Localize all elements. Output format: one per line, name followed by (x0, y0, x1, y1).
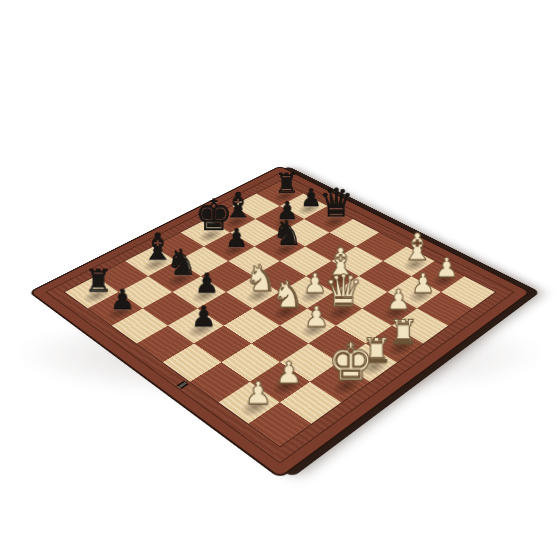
board-frame: DGT ♜♝♚♝♜♟♞♟♟♟♟♞♛♟♞♞♟♝♟♛♝♟♟♟♟♟♚♜♜ (45, 173, 515, 464)
dgt-logo: DGT (176, 381, 189, 389)
white-pawn-f2[interactable]: ♟ (379, 285, 418, 313)
black-queen-h6[interactable]: ♛ (319, 184, 354, 223)
product-photo-stage: DGT ♜♝♚♝♜♟♞♟♟♟♟♞♛♟♞♞♟♝♟♛♝♟♟♟♟♟♚♜♜ (0, 0, 560, 560)
white-pawn-a2[interactable]: ♟ (236, 377, 280, 408)
chess-board: DGT ♜♝♚♝♜♟♞♟♟♟♟♞♛♟♞♞♟♝♟♛♝♟♟♟♟♟♚♜♜ (31, 167, 529, 477)
black-knight-f6[interactable]: ♞ (269, 216, 305, 250)
black-pawn-e7[interactable]: ♟ (218, 225, 254, 251)
black-pawn-b5[interactable]: ♟ (183, 302, 223, 330)
perspective-scene: DGT ♜♝♚♝♜♟♞♟♟♟♟♞♛♟♞♞♟♝♟♛♝♟♟♟♟♟♚♜♜ (0, 0, 560, 560)
white-pawn-d3[interactable]: ♟ (296, 302, 336, 330)
board-grid: ♜♝♚♝♜♟♞♟♟♟♟♞♛♟♞♞♟♝♟♛♝♟♟♟♟♟♚♜♜ (65, 181, 495, 446)
black-pawn-c6[interactable]: ♟ (187, 269, 225, 296)
black-pawn-a7[interactable]: ♟ (103, 285, 142, 313)
white-king-c1[interactable]: ♚ (327, 336, 370, 388)
